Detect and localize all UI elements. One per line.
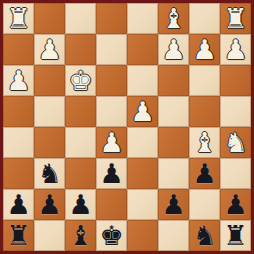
square-g8[interactable] [189, 3, 220, 34]
square-g7[interactable]: ♟ [189, 34, 220, 65]
black-bishop[interactable]: ♝ [68, 220, 92, 251]
square-h6[interactable] [220, 65, 251, 96]
square-d2[interactable] [96, 189, 127, 220]
square-b8[interactable] [34, 3, 65, 34]
square-b3[interactable]: ♞ [34, 158, 65, 189]
square-g5[interactable] [189, 96, 220, 127]
square-e8[interactable] [127, 3, 158, 34]
black-king[interactable]: ♚ [99, 220, 123, 251]
square-h7[interactable]: ♟ [220, 34, 251, 65]
white-pawn[interactable]: ♟ [223, 34, 247, 65]
black-knight[interactable]: ♞ [37, 158, 61, 189]
square-a3[interactable] [3, 158, 34, 189]
square-h8[interactable]: ♜ [220, 3, 251, 34]
square-f3[interactable] [158, 158, 189, 189]
square-f1[interactable] [158, 220, 189, 251]
square-e5[interactable]: ♟ [127, 96, 158, 127]
white-knight[interactable]: ♞ [223, 127, 247, 158]
square-d1[interactable]: ♚ [96, 220, 127, 251]
white-pawn[interactable]: ♟ [192, 34, 216, 65]
square-e1[interactable] [127, 220, 158, 251]
white-pawn[interactable]: ♟ [99, 127, 123, 158]
square-a1[interactable]: ♜ [3, 220, 34, 251]
square-b1[interactable] [34, 220, 65, 251]
square-b4[interactable] [34, 127, 65, 158]
black-pawn[interactable]: ♟ [6, 189, 30, 220]
board-frame: ♜♝♜♟♟♟♟♟♚♟♟♝♞♞♟♟♟♟♟♟♟♜♝♚♞♜ [0, 0, 254, 254]
black-rook[interactable]: ♜ [6, 220, 30, 251]
square-h2[interactable]: ♟ [220, 189, 251, 220]
black-rook[interactable]: ♜ [223, 220, 247, 251]
square-c5[interactable] [65, 96, 96, 127]
black-pawn[interactable]: ♟ [37, 189, 61, 220]
square-h3[interactable] [220, 158, 251, 189]
black-knight[interactable]: ♞ [192, 220, 216, 251]
square-e3[interactable] [127, 158, 158, 189]
square-e4[interactable] [127, 127, 158, 158]
black-pawn[interactable]: ♟ [99, 158, 123, 189]
white-pawn[interactable]: ♟ [161, 34, 185, 65]
white-bishop[interactable]: ♝ [161, 3, 185, 34]
square-a8[interactable]: ♜ [3, 3, 34, 34]
square-a7[interactable] [3, 34, 34, 65]
white-king[interactable]: ♚ [68, 65, 92, 96]
square-c3[interactable] [65, 158, 96, 189]
white-pawn[interactable]: ♟ [37, 34, 61, 65]
square-f6[interactable] [158, 65, 189, 96]
square-a4[interactable] [3, 127, 34, 158]
square-f2[interactable]: ♟ [158, 189, 189, 220]
square-g6[interactable] [189, 65, 220, 96]
square-a2[interactable]: ♟ [3, 189, 34, 220]
white-rook[interactable]: ♜ [6, 3, 30, 34]
black-pawn[interactable]: ♟ [223, 189, 247, 220]
square-c2[interactable]: ♟ [65, 189, 96, 220]
square-g2[interactable] [189, 189, 220, 220]
white-pawn[interactable]: ♟ [6, 65, 30, 96]
square-f8[interactable]: ♝ [158, 3, 189, 34]
square-h1[interactable]: ♜ [220, 220, 251, 251]
square-d6[interactable] [96, 65, 127, 96]
square-d4[interactable]: ♟ [96, 127, 127, 158]
square-c1[interactable]: ♝ [65, 220, 96, 251]
square-e6[interactable] [127, 65, 158, 96]
square-h5[interactable] [220, 96, 251, 127]
white-pawn[interactable]: ♟ [130, 96, 154, 127]
square-d7[interactable] [96, 34, 127, 65]
square-g3[interactable]: ♟ [189, 158, 220, 189]
square-a5[interactable] [3, 96, 34, 127]
square-c4[interactable] [65, 127, 96, 158]
black-pawn[interactable]: ♟ [161, 189, 185, 220]
square-b5[interactable] [34, 96, 65, 127]
square-c7[interactable] [65, 34, 96, 65]
square-f7[interactable]: ♟ [158, 34, 189, 65]
square-b6[interactable] [34, 65, 65, 96]
square-a6[interactable]: ♟ [3, 65, 34, 96]
square-h4[interactable]: ♞ [220, 127, 251, 158]
square-e7[interactable] [127, 34, 158, 65]
square-c8[interactable] [65, 3, 96, 34]
square-e2[interactable] [127, 189, 158, 220]
square-d5[interactable] [96, 96, 127, 127]
square-f4[interactable] [158, 127, 189, 158]
square-g1[interactable]: ♞ [189, 220, 220, 251]
square-b7[interactable]: ♟ [34, 34, 65, 65]
black-pawn[interactable]: ♟ [68, 189, 92, 220]
square-d8[interactable] [96, 3, 127, 34]
square-g4[interactable]: ♝ [189, 127, 220, 158]
square-b2[interactable]: ♟ [34, 189, 65, 220]
square-f5[interactable] [158, 96, 189, 127]
square-d3[interactable]: ♟ [96, 158, 127, 189]
white-rook[interactable]: ♜ [223, 3, 247, 34]
square-c6[interactable]: ♚ [65, 65, 96, 96]
chess-board: ♜♝♜♟♟♟♟♟♚♟♟♝♞♞♟♟♟♟♟♟♟♜♝♚♞♜ [3, 3, 251, 251]
white-bishop[interactable]: ♝ [192, 127, 216, 158]
black-pawn[interactable]: ♟ [192, 158, 216, 189]
